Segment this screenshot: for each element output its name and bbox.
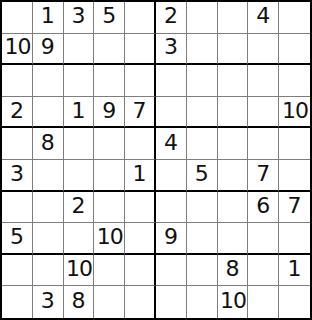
cell-r8c6[interactable]: 9 [156,223,187,255]
cell-r2c10[interactable] [279,34,310,66]
cell-r2c4[interactable] [94,34,125,66]
given-digit: 3 [41,290,55,312]
cell-r1c6[interactable]: 2 [156,2,187,34]
cell-r5c1[interactable] [2,128,33,160]
cell-r10c9[interactable] [248,286,279,318]
cell-r3c2[interactable] [33,65,64,97]
cell-r8c8[interactable] [218,223,249,255]
cell-r6c3[interactable] [64,160,95,192]
cell-r5c7[interactable] [187,128,218,160]
cell-r5c8[interactable] [218,128,249,160]
cell-r5c9[interactable] [248,128,279,160]
cell-r3c4[interactable] [94,65,125,97]
cell-r4c4[interactable]: 9 [94,97,125,129]
cell-r3c1[interactable] [2,65,33,97]
cell-r1c9[interactable]: 4 [248,2,279,34]
cell-r9c7[interactable] [187,255,218,287]
cell-r5c2[interactable]: 8 [33,128,64,160]
given-digit: 10 [220,290,246,312]
cell-r1c3[interactable]: 3 [64,2,95,34]
cell-r1c2[interactable]: 1 [33,2,64,34]
cell-r8c4[interactable]: 10 [94,223,125,255]
cell-r5c3[interactable] [64,128,95,160]
cell-r8c9[interactable] [248,223,279,255]
puzzle-page: 135241093219710843157267510910813810 [0,0,312,320]
cell-r9c5[interactable] [125,255,156,287]
cell-r2c5[interactable] [125,34,156,66]
cell-r8c10[interactable] [279,223,310,255]
cell-r2c1[interactable]: 10 [2,34,33,66]
cell-r6c10[interactable] [279,160,310,192]
given-digit: 2 [71,195,85,217]
given-digit: 8 [225,258,239,280]
cell-r9c6[interactable] [156,255,187,287]
cell-r10c4[interactable] [94,286,125,318]
cell-r4c6[interactable] [156,97,187,129]
cell-r4c2[interactable] [33,97,64,129]
cell-r7c3[interactable]: 2 [64,192,95,224]
cell-r10c2[interactable]: 3 [33,286,64,318]
cell-r7c5[interactable] [125,192,156,224]
given-digit: 7 [288,195,302,217]
given-digit: 8 [41,132,55,154]
cell-r3c10[interactable] [279,65,310,97]
cell-r8c3[interactable] [64,223,95,255]
cell-r9c8[interactable]: 8 [218,255,249,287]
given-digit: 7 [256,163,270,185]
given-digit: 4 [256,5,270,27]
cell-r1c4[interactable]: 5 [94,2,125,34]
cell-r1c5[interactable] [125,2,156,34]
cell-r4c8[interactable] [218,97,249,129]
given-digit: 1 [41,5,55,27]
cell-r7c1[interactable] [2,192,33,224]
given-digit: 1 [71,100,85,122]
given-digit: 9 [102,100,116,122]
cell-r10c3[interactable]: 8 [64,286,95,318]
cell-r7c6[interactable] [156,192,187,224]
cell-r3c5[interactable] [125,65,156,97]
cell-r10c6[interactable] [156,286,187,318]
sudoku-board: 135241093219710843157267510910813810 [0,0,312,320]
cell-r3c8[interactable] [218,65,249,97]
cell-r9c10[interactable]: 1 [279,255,310,287]
cell-r3c7[interactable] [187,65,218,97]
cell-r7c4[interactable] [94,192,125,224]
cell-r2c7[interactable] [187,34,218,66]
given-digit: 10 [282,100,308,122]
cell-r4c9[interactable] [248,97,279,129]
cell-r8c2[interactable] [33,223,64,255]
cell-r9c3[interactable]: 10 [64,255,95,287]
cell-r8c7[interactable] [187,223,218,255]
given-digit: 10 [66,258,92,280]
cell-r4c10[interactable]: 10 [279,97,310,129]
given-digit: 2 [10,100,24,122]
cell-r3c3[interactable] [64,65,95,97]
cell-r2c2[interactable]: 9 [33,34,64,66]
given-digit: 10 [97,226,123,248]
cell-r6c9[interactable]: 7 [248,160,279,192]
cell-r8c1[interactable]: 5 [2,223,33,255]
cell-r2c9[interactable] [248,34,279,66]
given-digit: 3 [71,5,85,27]
cell-r6c4[interactable] [94,160,125,192]
cell-r1c7[interactable] [187,2,218,34]
cell-r5c10[interactable] [279,128,310,160]
cell-r9c1[interactable] [2,255,33,287]
cell-r7c8[interactable] [218,192,249,224]
given-digit: 1 [288,258,302,280]
cell-r7c10[interactable]: 7 [279,192,310,224]
cell-r3c6[interactable] [156,65,187,97]
given-digit: 5 [10,226,24,248]
cell-r6c6[interactable] [156,160,187,192]
cell-r6c1[interactable]: 3 [2,160,33,192]
cell-r4c3[interactable]: 1 [64,97,95,129]
cell-r10c7[interactable] [187,286,218,318]
cell-r7c9[interactable]: 6 [248,192,279,224]
cell-r10c8[interactable]: 10 [218,286,249,318]
given-digit: 7 [133,100,147,122]
cell-r5c5[interactable] [125,128,156,160]
cell-r9c9[interactable] [248,255,279,287]
given-digit: 5 [195,163,209,185]
cell-r10c5[interactable] [125,286,156,318]
cell-r3c9[interactable] [248,65,279,97]
given-digit: 6 [256,195,270,217]
cell-r10c10[interactable] [279,286,310,318]
cell-r7c2[interactable] [33,192,64,224]
given-digit: 9 [41,36,55,58]
cell-r2c3[interactable] [64,34,95,66]
cell-r7c7[interactable] [187,192,218,224]
cell-r6c8[interactable] [218,160,249,192]
cell-r5c6[interactable]: 4 [156,128,187,160]
cell-r6c7[interactable]: 5 [187,160,218,192]
cell-r6c5[interactable]: 1 [125,160,156,192]
given-digit: 9 [164,226,178,248]
cell-r8c5[interactable] [125,223,156,255]
cell-r2c6[interactable]: 3 [156,34,187,66]
given-digit: 5 [102,5,116,27]
cell-r2c8[interactable] [218,34,249,66]
cell-r9c2[interactable] [33,255,64,287]
cell-r9c4[interactable] [94,255,125,287]
cell-r4c7[interactable] [187,97,218,129]
cell-r10c1[interactable] [2,286,33,318]
given-digit: 3 [164,36,178,58]
cell-r4c5[interactable]: 7 [125,97,156,129]
given-digit: 10 [4,36,30,58]
given-digit: 8 [71,290,85,312]
cell-r6c2[interactable] [33,160,64,192]
given-digit: 2 [164,5,178,27]
given-digit: 1 [133,163,147,185]
cell-r1c1[interactable] [2,2,33,34]
given-digit: 4 [164,132,178,154]
cell-r5c4[interactable] [94,128,125,160]
cell-r4c1[interactable]: 2 [2,97,33,129]
cell-r1c10[interactable] [279,2,310,34]
cell-r1c8[interactable] [218,2,249,34]
given-digit: 3 [10,163,24,185]
